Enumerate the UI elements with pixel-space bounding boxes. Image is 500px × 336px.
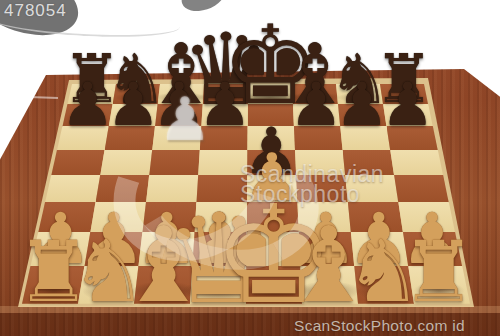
stock-photo-chess-scene: ♜♞♝♛♚♝♞♜♟♟♟♟♟♟♟♟♟♟♟♟♟♟♟♟♜♞♝♛♚♝♞♜ 478054 … — [0, 0, 500, 336]
piece-black-pawn-h7[interactable]: ♟ — [378, 74, 438, 134]
chess-pieces: ♜♞♝♛♚♝♞♜♟♟♟♟♟♟♟♟♟♟♟♟♟♟♟♟♜♞♝♛♚♝♞♜ — [0, 0, 500, 336]
piece-white-rook-h1[interactable]: ♜ — [397, 230, 481, 314]
